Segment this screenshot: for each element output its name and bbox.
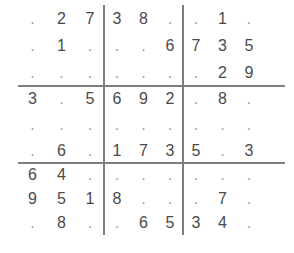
cell-r9c4[interactable]: . [104,211,130,235]
cell-r3c8[interactable]: 2 [209,59,236,86]
cell-r2c1[interactable]: . [18,32,47,59]
cell-r7c5[interactable]: . [130,163,157,187]
cell-r5c2[interactable]: . [47,112,76,138]
cell-r8c9[interactable]: . [236,187,262,211]
cell-r6c6[interactable]: 3 [157,138,183,163]
cell-r5c3[interactable]: . [76,112,104,138]
cell-r7c6[interactable]: . [157,163,183,187]
cell-r2c2[interactable]: 1 [47,32,76,59]
cell-r4c9[interactable]: . [236,86,262,112]
block-separator-horizontal-1 [18,85,285,87]
cell-r2c6[interactable]: 6 [157,32,183,59]
cell-r1c5[interactable]: 8 [130,5,157,32]
cell-r4c2[interactable]: . [47,86,76,112]
cell-r3c7[interactable]: . [183,59,209,86]
cell-r2c9[interactable]: 5 [236,32,262,59]
cell-r3c9[interactable]: 9 [236,59,262,86]
cell-r9c8[interactable]: 4 [209,211,236,235]
cell-r9c6[interactable]: 5 [157,211,183,235]
cell-r9c7[interactable]: 3 [183,211,209,235]
cell-r1c7[interactable]: . [183,5,209,32]
cell-r3c5[interactable]: . [130,59,157,86]
cell-r4c1[interactable]: 3 [18,86,47,112]
cell-r8c5[interactable]: . [130,187,157,211]
cell-r8c6[interactable]: . [157,187,183,211]
cell-r1c4[interactable]: 3 [104,5,130,32]
cell-r2c4[interactable]: . [104,32,130,59]
cell-r8c7[interactable]: . [183,187,209,211]
cell-r4c5[interactable]: 9 [130,86,157,112]
cell-r6c7[interactable]: 5 [183,138,209,163]
cell-r1c1[interactable]: . [18,5,47,32]
cell-r7c3[interactable]: . [76,163,104,187]
cell-r9c9[interactable]: . [236,211,262,235]
cell-r2c8[interactable]: 3 [209,32,236,59]
cell-r4c4[interactable]: 6 [104,86,130,112]
block-separator-vertical-2 [182,5,184,235]
cell-r5c5[interactable]: . [130,112,157,138]
cell-r7c8[interactable]: . [209,163,236,187]
cell-r5c1[interactable]: . [18,112,47,138]
cell-r6c2[interactable]: 6 [47,138,76,163]
cell-r6c3[interactable]: . [76,138,104,163]
cell-r5c8[interactable]: . [209,112,236,138]
cell-r7c7[interactable]: . [183,163,209,187]
cell-r9c5[interactable]: 6 [130,211,157,235]
cell-r7c4[interactable]: . [104,163,130,187]
cell-r6c9[interactable]: 3 [236,138,262,163]
cell-r3c4[interactable]: . [104,59,130,86]
cell-r2c7[interactable]: 7 [183,32,209,59]
sudoku-board: .2738..1..1...6735.......293.5692.8.....… [18,5,262,235]
cell-r8c8[interactable]: 7 [209,187,236,211]
cell-r3c3[interactable]: . [76,59,104,86]
cell-r3c1[interactable]: . [18,59,47,86]
cell-r6c8[interactable]: . [209,138,236,163]
cell-r5c4[interactable]: . [104,112,130,138]
cell-r7c1[interactable]: 6 [18,163,47,187]
cell-r4c8[interactable]: 8 [209,86,236,112]
cell-r4c6[interactable]: 2 [157,86,183,112]
cell-r1c8[interactable]: 1 [209,5,236,32]
cell-r8c3[interactable]: 1 [76,187,104,211]
cell-r5c9[interactable]: . [236,112,262,138]
cell-r9c2[interactable]: 8 [47,211,76,235]
cell-r2c5[interactable]: . [130,32,157,59]
cell-r8c4[interactable]: 8 [104,187,130,211]
cell-r7c9[interactable]: . [236,163,262,187]
cell-r8c1[interactable]: 9 [18,187,47,211]
cell-r9c1[interactable]: . [18,211,47,235]
cell-r1c3[interactable]: 7 [76,5,104,32]
block-separator-vertical-1 [103,5,105,235]
cell-r1c2[interactable]: 2 [47,5,76,32]
cell-r6c5[interactable]: 7 [130,138,157,163]
cell-r9c3[interactable]: . [76,211,104,235]
cell-r5c7[interactable]: . [183,112,209,138]
cell-r6c1[interactable]: . [18,138,47,163]
cell-r6c4[interactable]: 1 [104,138,130,163]
cell-r8c2[interactable]: 5 [47,187,76,211]
cell-r4c7[interactable]: . [183,86,209,112]
cell-r4c3[interactable]: 5 [76,86,104,112]
block-separator-horizontal-2 [18,162,285,164]
cell-r3c2[interactable]: . [47,59,76,86]
cell-r5c6[interactable]: . [157,112,183,138]
sudoku-screen: .2738..1..1...6735.......293.5692.8.....… [0,0,294,253]
cell-r7c2[interactable]: 4 [47,163,76,187]
cell-r2c3[interactable]: . [76,32,104,59]
cell-r1c9[interactable]: . [236,5,262,32]
cell-r3c6[interactable]: . [157,59,183,86]
cell-r1c6[interactable]: . [157,5,183,32]
